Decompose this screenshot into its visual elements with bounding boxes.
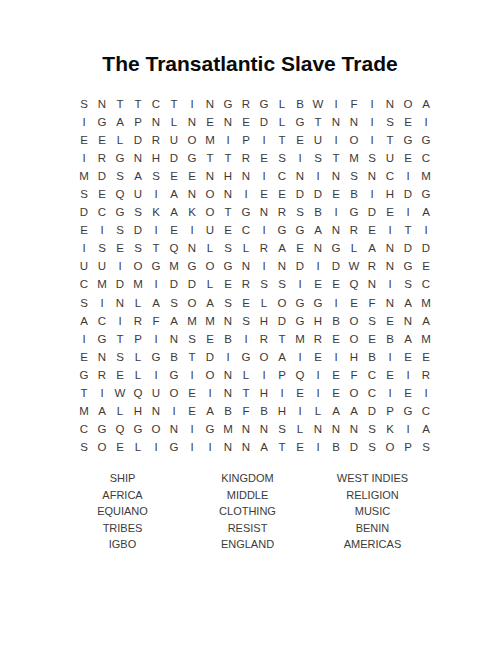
grid-cell[interactable]: N [237, 420, 255, 438]
grid-cell[interactable]: E [417, 257, 435, 275]
grid-cell[interactable]: U [75, 257, 93, 275]
grid-cell[interactable]: M [183, 312, 201, 330]
grid-cell[interactable]: W [309, 95, 327, 113]
grid-cell[interactable]: L [111, 131, 129, 149]
grid-cell[interactable]: B [165, 348, 183, 366]
grid-cell[interactable]: N [201, 95, 219, 113]
grid-cell[interactable]: C [417, 275, 435, 293]
grid-cell[interactable]: O [183, 131, 201, 149]
grid-cell[interactable]: M [201, 312, 219, 330]
grid-cell[interactable]: G [399, 257, 417, 275]
grid-cell[interactable]: I [237, 185, 255, 203]
grid-cell[interactable]: D [201, 348, 219, 366]
grid-cell[interactable]: U [129, 185, 147, 203]
grid-cell[interactable]: O [129, 257, 147, 275]
grid-cell[interactable]: R [147, 131, 165, 149]
grid-cell[interactable]: S [129, 239, 147, 257]
grid-cell[interactable]: L [291, 420, 309, 438]
grid-cell[interactable]: S [399, 275, 417, 293]
grid-cell[interactable]: M [219, 420, 237, 438]
word-list-item[interactable]: EQUIANO [60, 503, 185, 520]
grid-cell[interactable]: K [381, 420, 399, 438]
grid-cell[interactable]: N [381, 239, 399, 257]
grid-cell[interactable]: D [165, 275, 183, 293]
grid-cell[interactable]: E [201, 113, 219, 131]
grid-cell[interactable]: I [219, 131, 237, 149]
grid-cell[interactable]: E [417, 348, 435, 366]
grid-cell[interactable]: N [147, 113, 165, 131]
grid-cell[interactable]: I [417, 384, 435, 402]
grid-cell[interactable]: A [147, 294, 165, 312]
grid-cell[interactable]: N [345, 420, 363, 438]
grid-cell[interactable]: S [129, 203, 147, 221]
grid-cell[interactable]: I [255, 167, 273, 185]
grid-cell[interactable]: A [255, 438, 273, 456]
grid-cell[interactable]: E [93, 185, 111, 203]
grid-cell[interactable]: O [201, 366, 219, 384]
grid-cell[interactable]: D [291, 185, 309, 203]
grid-cell[interactable]: C [93, 203, 111, 221]
grid-cell[interactable]: N [183, 185, 201, 203]
grid-cell[interactable]: A [93, 402, 111, 420]
grid-cell[interactable]: G [165, 438, 183, 456]
grid-cell[interactable]: E [309, 275, 327, 293]
grid-cell[interactable]: S [219, 239, 237, 257]
grid-cell[interactable]: I [327, 95, 345, 113]
grid-cell[interactable]: C [75, 420, 93, 438]
grid-cell[interactable]: O [93, 438, 111, 456]
grid-cell[interactable]: L [309, 402, 327, 420]
grid-cell[interactable]: A [273, 348, 291, 366]
grid-cell[interactable]: G [399, 131, 417, 149]
grid-cell[interactable]: D [273, 312, 291, 330]
grid-cell[interactable]: N [291, 167, 309, 185]
grid-cell[interactable]: I [291, 348, 309, 366]
grid-cell[interactable]: E [183, 402, 201, 420]
grid-cell[interactable]: N [237, 167, 255, 185]
grid-cell[interactable]: G [201, 420, 219, 438]
word-list-item[interactable]: TRIBES [60, 520, 185, 537]
grid-cell[interactable]: I [327, 294, 345, 312]
grid-cell[interactable]: G [75, 366, 93, 384]
grid-cell[interactable]: F [147, 312, 165, 330]
grid-cell[interactable]: U [381, 149, 399, 167]
grid-cell[interactable]: O [255, 348, 273, 366]
grid-cell[interactable]: I [111, 312, 129, 330]
grid-cell[interactable]: I [363, 95, 381, 113]
grid-cell[interactable]: D [291, 257, 309, 275]
grid-cell[interactable]: Q [111, 185, 129, 203]
grid-cell[interactable]: S [165, 294, 183, 312]
grid-cell[interactable]: E [327, 275, 345, 293]
grid-cell[interactable]: I [309, 366, 327, 384]
grid-cell[interactable]: N [327, 420, 345, 438]
grid-cell[interactable]: I [75, 113, 93, 131]
grid-cell[interactable]: F [345, 366, 363, 384]
grid-cell[interactable]: C [237, 221, 255, 239]
grid-cell[interactable]: N [219, 185, 237, 203]
grid-cell[interactable]: N [309, 239, 327, 257]
grid-cell[interactable]: B [291, 95, 309, 113]
grid-cell[interactable]: Q [129, 384, 147, 402]
grid-cell[interactable]: N [363, 275, 381, 293]
grid-cell[interactable]: I [183, 420, 201, 438]
grid-cell[interactable]: S [237, 312, 255, 330]
grid-cell[interactable]: R [93, 149, 111, 167]
grid-cell[interactable]: A [165, 185, 183, 203]
grid-cell[interactable]: E [327, 330, 345, 348]
grid-cell[interactable]: G [147, 257, 165, 275]
grid-cell[interactable]: R [237, 275, 255, 293]
grid-cell[interactable]: N [345, 113, 363, 131]
grid-cell[interactable]: E [255, 185, 273, 203]
grid-cell[interactable]: T [381, 131, 399, 149]
grid-cell[interactable]: N [219, 366, 237, 384]
grid-cell[interactable]: E [399, 149, 417, 167]
grid-cell[interactable]: R [255, 330, 273, 348]
grid-cell[interactable]: E [111, 438, 129, 456]
grid-cell[interactable]: D [129, 131, 147, 149]
grid-cell[interactable]: G [291, 294, 309, 312]
grid-cell[interactable]: I [183, 221, 201, 239]
grid-cell[interactable]: I [147, 438, 165, 456]
grid-cell[interactable]: D [363, 402, 381, 420]
grid-cell[interactable]: G [111, 203, 129, 221]
grid-cell[interactable]: N [237, 257, 255, 275]
grid-cell[interactable]: O [201, 185, 219, 203]
grid-cell[interactable]: I [381, 348, 399, 366]
grid-cell[interactable]: S [111, 348, 129, 366]
grid-cell[interactable]: T [147, 239, 165, 257]
grid-cell[interactable]: S [363, 149, 381, 167]
grid-cell[interactable]: P [273, 366, 291, 384]
grid-cell[interactable]: S [363, 420, 381, 438]
grid-cell[interactable]: E [291, 239, 309, 257]
grid-cell[interactable]: D [93, 167, 111, 185]
grid-cell[interactable]: I [75, 239, 93, 257]
grid-cell[interactable]: H [255, 312, 273, 330]
grid-cell[interactable]: L [273, 113, 291, 131]
grid-cell[interactable]: A [309, 221, 327, 239]
grid-cell[interactable]: E [237, 294, 255, 312]
grid-cell[interactable]: S [309, 149, 327, 167]
grid-cell[interactable]: K [147, 203, 165, 221]
grid-cell[interactable]: I [417, 221, 435, 239]
grid-cell[interactable]: N [381, 95, 399, 113]
grid-cell[interactable]: I [327, 348, 345, 366]
grid-cell[interactable]: D [417, 239, 435, 257]
grid-cell[interactable]: N [273, 257, 291, 275]
grid-cell[interactable]: M [165, 257, 183, 275]
grid-cell[interactable]: I [75, 330, 93, 348]
grid-cell[interactable]: U [93, 257, 111, 275]
grid-cell[interactable]: M [417, 294, 435, 312]
grid-cell[interactable]: H [255, 384, 273, 402]
grid-cell[interactable]: A [345, 402, 363, 420]
grid-cell[interactable]: I [147, 366, 165, 384]
grid-cell[interactable]: L [201, 239, 219, 257]
grid-cell[interactable]: B [255, 402, 273, 420]
grid-cell[interactable]: G [291, 312, 309, 330]
grid-cell[interactable]: I [363, 131, 381, 149]
grid-cell[interactable]: N [237, 438, 255, 456]
grid-cell[interactable]: L [129, 366, 147, 384]
word-list-item[interactable]: MIDDLE [185, 487, 310, 504]
grid-cell[interactable]: M [93, 275, 111, 293]
grid-cell[interactable]: O [345, 384, 363, 402]
grid-cell[interactable]: G [219, 95, 237, 113]
grid-cell[interactable]: N [147, 402, 165, 420]
grid-cell[interactable]: H [345, 348, 363, 366]
grid-cell[interactable]: L [237, 366, 255, 384]
grid-cell[interactable]: I [111, 257, 129, 275]
grid-cell[interactable]: A [417, 312, 435, 330]
grid-cell[interactable]: D [399, 239, 417, 257]
grid-cell[interactable]: E [165, 221, 183, 239]
grid-cell[interactable]: E [183, 167, 201, 185]
word-list-item[interactable]: SHIP [60, 470, 185, 487]
grid-cell[interactable]: D [399, 185, 417, 203]
grid-cell[interactable]: E [327, 185, 345, 203]
grid-cell[interactable]: I [201, 438, 219, 456]
grid-cell[interactable]: I [381, 221, 399, 239]
grid-cell[interactable]: D [75, 203, 93, 221]
grid-cell[interactable]: A [165, 312, 183, 330]
grid-cell[interactable]: A [417, 95, 435, 113]
grid-cell[interactable]: E [111, 239, 129, 257]
grid-cell[interactable]: L [345, 239, 363, 257]
grid-cell[interactable]: U [165, 131, 183, 149]
grid-cell[interactable]: A [129, 167, 147, 185]
grid-cell[interactable]: H [147, 149, 165, 167]
grid-cell[interactable]: N [165, 330, 183, 348]
grid-cell[interactable]: H [309, 312, 327, 330]
grid-cell[interactable]: O [381, 438, 399, 456]
grid-cell[interactable]: I [255, 366, 273, 384]
grid-cell[interactable]: O [399, 95, 417, 113]
grid-cell[interactable]: I [201, 384, 219, 402]
grid-cell[interactable]: O [183, 294, 201, 312]
grid-cell[interactable]: T [111, 95, 129, 113]
grid-cell[interactable]: S [345, 167, 363, 185]
grid-cell[interactable]: M [75, 402, 93, 420]
grid-cell[interactable]: H [381, 185, 399, 203]
grid-cell[interactable]: E [327, 366, 345, 384]
grid-cell[interactable]: M [417, 167, 435, 185]
grid-cell[interactable]: M [291, 330, 309, 348]
grid-cell[interactable]: N [381, 257, 399, 275]
grid-cell[interactable]: N [93, 348, 111, 366]
grid-cell[interactable]: I [165, 402, 183, 420]
grid-cell[interactable]: E [291, 384, 309, 402]
grid-cell[interactable]: O [147, 420, 165, 438]
grid-cell[interactable]: S [147, 167, 165, 185]
grid-cell[interactable]: T [309, 113, 327, 131]
grid-cell[interactable]: T [219, 149, 237, 167]
grid-cell[interactable]: F [237, 402, 255, 420]
grid-cell[interactable]: T [75, 384, 93, 402]
grid-cell[interactable]: N [327, 221, 345, 239]
grid-cell[interactable]: S [75, 438, 93, 456]
grid-cell[interactable]: I [291, 149, 309, 167]
grid-cell[interactable]: I [75, 149, 93, 167]
grid-cell[interactable]: G [111, 149, 129, 167]
grid-cell[interactable]: N [93, 95, 111, 113]
grid-cell[interactable]: W [111, 384, 129, 402]
grid-cell[interactable]: E [237, 113, 255, 131]
grid-cell[interactable]: C [273, 167, 291, 185]
grid-cell[interactable]: C [363, 366, 381, 384]
grid-cell[interactable]: I [93, 384, 111, 402]
grid-cell[interactable]: I [255, 221, 273, 239]
grid-cell[interactable]: D [129, 221, 147, 239]
grid-cell[interactable]: U [147, 384, 165, 402]
grid-cell[interactable]: E [345, 294, 363, 312]
grid-cell[interactable]: K [183, 203, 201, 221]
grid-cell[interactable]: E [93, 131, 111, 149]
grid-cell[interactable]: N [255, 203, 273, 221]
grid-cell[interactable]: G [93, 420, 111, 438]
grid-cell[interactable]: E [381, 312, 399, 330]
grid-cell[interactable]: S [93, 239, 111, 257]
grid-cell[interactable]: N [219, 312, 237, 330]
grid-cell[interactable]: D [345, 438, 363, 456]
grid-cell[interactable]: G [291, 113, 309, 131]
grid-cell[interactable]: M [129, 275, 147, 293]
grid-cell[interactable]: I [399, 203, 417, 221]
grid-cell[interactable]: G [183, 257, 201, 275]
grid-cell[interactable]: D [111, 275, 129, 293]
grid-cell[interactable]: E [327, 384, 345, 402]
grid-cell[interactable]: I [309, 257, 327, 275]
grid-cell[interactable]: A [327, 402, 345, 420]
grid-cell[interactable]: C [417, 402, 435, 420]
grid-cell[interactable]: Q [111, 420, 129, 438]
grid-cell[interactable]: T [273, 131, 291, 149]
grid-cell[interactable]: G [165, 366, 183, 384]
grid-cell[interactable]: I [309, 384, 327, 402]
grid-cell[interactable]: C [147, 95, 165, 113]
grid-cell[interactable]: C [93, 312, 111, 330]
grid-cell[interactable]: G [327, 239, 345, 257]
grid-cell[interactable]: G [93, 330, 111, 348]
grid-cell[interactable]: I [363, 113, 381, 131]
grid-cell[interactable]: E [75, 221, 93, 239]
grid-cell[interactable]: O [201, 203, 219, 221]
grid-cell[interactable]: T [201, 149, 219, 167]
grid-cell[interactable]: I [309, 167, 327, 185]
grid-cell[interactable]: S [381, 113, 399, 131]
grid-cell[interactable]: S [363, 438, 381, 456]
grid-cell[interactable]: G [345, 203, 363, 221]
grid-cell[interactable]: G [129, 420, 147, 438]
grid-cell[interactable]: R [417, 366, 435, 384]
grid-cell[interactable]: G [417, 185, 435, 203]
grid-cell[interactable]: N [309, 420, 327, 438]
grid-cell[interactable]: N [219, 438, 237, 456]
grid-cell[interactable]: I [363, 185, 381, 203]
grid-cell[interactable]: S [273, 149, 291, 167]
grid-cell[interactable]: W [345, 257, 363, 275]
grid-cell[interactable]: R [93, 366, 111, 384]
grid-cell[interactable]: E [255, 149, 273, 167]
grid-cell[interactable]: M [201, 131, 219, 149]
grid-cell[interactable]: H [219, 167, 237, 185]
grid-cell[interactable]: I [93, 294, 111, 312]
grid-cell[interactable]: A [399, 294, 417, 312]
grid-cell[interactable]: S [219, 294, 237, 312]
grid-cell[interactable]: R [309, 330, 327, 348]
grid-cell[interactable]: N [255, 420, 273, 438]
grid-cell[interactable]: G [291, 221, 309, 239]
grid-cell[interactable]: E [381, 203, 399, 221]
word-list-item[interactable]: RELIGION [310, 487, 435, 504]
grid-cell[interactable]: I [399, 167, 417, 185]
grid-cell[interactable]: L [165, 113, 183, 131]
grid-cell[interactable]: S [273, 420, 291, 438]
grid-cell[interactable]: G [93, 113, 111, 131]
word-list-item[interactable]: MUSIC [310, 503, 435, 520]
grid-cell[interactable]: A [201, 402, 219, 420]
grid-cell[interactable]: E [291, 438, 309, 456]
grid-cell[interactable]: I [399, 366, 417, 384]
grid-cell[interactable]: I [291, 275, 309, 293]
grid-cell[interactable]: B [345, 185, 363, 203]
grid-cell[interactable]: E [75, 348, 93, 366]
grid-cell[interactable]: G [399, 402, 417, 420]
grid-cell[interactable]: L [255, 294, 273, 312]
grid-cell[interactable]: C [75, 275, 93, 293]
grid-cell[interactable]: M [75, 167, 93, 185]
grid-cell[interactable]: F [345, 95, 363, 113]
grid-cell[interactable]: D [363, 203, 381, 221]
grid-cell[interactable]: G [183, 149, 201, 167]
grid-cell[interactable]: N [327, 167, 345, 185]
grid-cell[interactable]: B [219, 402, 237, 420]
grid-cell[interactable]: N [399, 312, 417, 330]
grid-cell[interactable]: I [327, 131, 345, 149]
grid-cell[interactable]: L [111, 402, 129, 420]
grid-cell[interactable]: G [219, 257, 237, 275]
grid-cell[interactable]: E [399, 384, 417, 402]
grid-cell[interactable]: G [255, 95, 273, 113]
grid-cell[interactable]: N [201, 167, 219, 185]
grid-cell[interactable]: E [111, 366, 129, 384]
grid-cell[interactable]: L [201, 275, 219, 293]
grid-cell[interactable]: O [345, 330, 363, 348]
grid-cell[interactable]: N [183, 239, 201, 257]
grid-cell[interactable]: I [273, 384, 291, 402]
grid-cell[interactable]: T [327, 149, 345, 167]
grid-cell[interactable]: N [327, 113, 345, 131]
grid-cell[interactable]: G [147, 348, 165, 366]
grid-cell[interactable]: I [255, 131, 273, 149]
grid-cell[interactable]: I [255, 257, 273, 275]
grid-cell[interactable]: R [255, 239, 273, 257]
grid-cell[interactable]: A [417, 420, 435, 438]
grid-cell[interactable]: L [129, 348, 147, 366]
word-list-item[interactable]: KINGDOM [185, 470, 310, 487]
grid-cell[interactable]: P [237, 131, 255, 149]
grid-cell[interactable]: A [75, 312, 93, 330]
grid-cell[interactable]: Q [165, 239, 183, 257]
grid-cell[interactable]: I [399, 420, 417, 438]
grid-cell[interactable]: I [309, 438, 327, 456]
grid-cell[interactable]: T [219, 203, 237, 221]
grid-cell[interactable]: Q [345, 275, 363, 293]
grid-cell[interactable]: M [417, 330, 435, 348]
grid-cell[interactable]: B [363, 348, 381, 366]
